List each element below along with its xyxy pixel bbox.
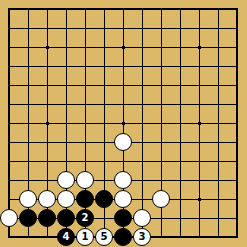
star-point xyxy=(122,46,125,49)
grid-line-vertical xyxy=(218,9,219,237)
star-point xyxy=(198,198,201,201)
black-stone-move-4: 4 xyxy=(57,228,75,246)
white-stone-move-1: 1 xyxy=(76,228,94,246)
black-stone xyxy=(38,209,56,227)
white-stone xyxy=(19,190,37,208)
star-point xyxy=(198,122,201,125)
black-stone xyxy=(76,190,94,208)
black-stone xyxy=(114,209,132,227)
white-stone xyxy=(57,190,75,208)
black-stone xyxy=(57,209,75,227)
star-point xyxy=(46,46,49,49)
white-stone xyxy=(114,133,132,151)
star-point xyxy=(46,122,49,125)
white-stone xyxy=(114,171,132,189)
white-stone-move-3: 3 xyxy=(133,228,151,246)
black-stone-move-2: 2 xyxy=(76,209,94,227)
grid-line-vertical xyxy=(180,9,181,237)
go-board: 24153 xyxy=(0,0,247,247)
grid-line-vertical xyxy=(142,9,143,237)
white-stone-move-5: 5 xyxy=(95,228,113,246)
white-stone xyxy=(152,190,170,208)
star-point xyxy=(122,122,125,125)
star-point xyxy=(198,46,201,49)
white-stone xyxy=(38,190,56,208)
white-stone xyxy=(114,190,132,208)
white-stone xyxy=(76,171,94,189)
white-stone xyxy=(57,171,75,189)
black-stone xyxy=(19,209,37,227)
grid-line-horizontal xyxy=(9,161,237,162)
black-stone xyxy=(95,190,113,208)
white-stone xyxy=(133,209,151,227)
white-stone xyxy=(0,209,18,227)
black-stone xyxy=(114,228,132,246)
